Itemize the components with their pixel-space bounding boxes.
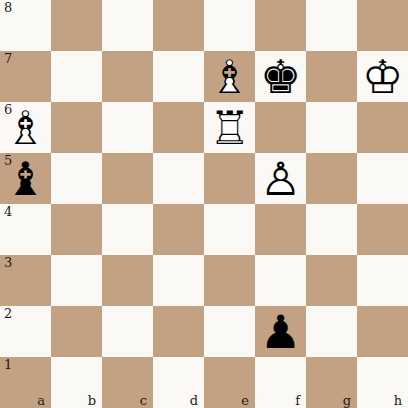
square-d2[interactable] xyxy=(153,306,204,357)
square-b1[interactable]: b xyxy=(51,357,102,408)
square-g4[interactable] xyxy=(306,204,357,255)
square-f1[interactable]: f xyxy=(255,357,306,408)
rank-label-2: 2 xyxy=(4,307,12,321)
square-f3[interactable] xyxy=(255,255,306,306)
white-bishop-piece[interactable]: ♝♗ xyxy=(204,51,255,102)
square-b5[interactable] xyxy=(51,153,102,204)
square-f2[interactable]: ♟ xyxy=(255,306,306,357)
square-e2[interactable] xyxy=(204,306,255,357)
square-c3[interactable] xyxy=(102,255,153,306)
black-bishop-piece[interactable]: ♝ xyxy=(0,153,51,204)
square-c8[interactable] xyxy=(102,0,153,51)
square-a6[interactable]: 6♝♗ xyxy=(0,102,51,153)
piece-outline-glyph: ♗ xyxy=(204,51,255,102)
square-d7[interactable] xyxy=(153,51,204,102)
file-label-d: d xyxy=(190,394,198,408)
piece-outline-glyph: ♗ xyxy=(0,102,51,153)
square-h1[interactable]: h xyxy=(357,357,408,408)
square-b7[interactable] xyxy=(51,51,102,102)
square-g6[interactable] xyxy=(306,102,357,153)
chess-board: 87♝♗♚♚♔6♝♗♜♖5♝♟♙432♟1abcdefgh xyxy=(0,0,408,408)
square-f5[interactable]: ♟♙ xyxy=(255,153,306,204)
square-g8[interactable] xyxy=(306,0,357,51)
square-g3[interactable] xyxy=(306,255,357,306)
square-a2[interactable]: 2 xyxy=(0,306,51,357)
square-c5[interactable] xyxy=(102,153,153,204)
square-c7[interactable] xyxy=(102,51,153,102)
square-g2[interactable] xyxy=(306,306,357,357)
piece-outline-glyph: ♖ xyxy=(204,102,255,153)
square-e4[interactable] xyxy=(204,204,255,255)
rank-label-4: 4 xyxy=(4,205,12,219)
square-h6[interactable] xyxy=(357,102,408,153)
piece-outline-glyph: ♙ xyxy=(255,153,306,204)
square-c2[interactable] xyxy=(102,306,153,357)
square-g7[interactable] xyxy=(306,51,357,102)
square-d3[interactable] xyxy=(153,255,204,306)
square-e6[interactable]: ♜♖ xyxy=(204,102,255,153)
square-f6[interactable] xyxy=(255,102,306,153)
square-e5[interactable] xyxy=(204,153,255,204)
square-b8[interactable] xyxy=(51,0,102,51)
piece-fill-glyph: ♟ xyxy=(255,306,306,357)
file-label-c: c xyxy=(140,394,147,408)
square-f7[interactable]: ♚ xyxy=(255,51,306,102)
square-h4[interactable] xyxy=(357,204,408,255)
square-f8[interactable] xyxy=(255,0,306,51)
rank-label-8: 8 xyxy=(4,1,12,15)
square-h3[interactable] xyxy=(357,255,408,306)
square-b6[interactable] xyxy=(51,102,102,153)
square-e3[interactable] xyxy=(204,255,255,306)
square-a1[interactable]: 1a xyxy=(0,357,51,408)
square-c1[interactable]: c xyxy=(102,357,153,408)
square-d4[interactable] xyxy=(153,204,204,255)
black-king-piece[interactable]: ♚ xyxy=(255,51,306,102)
square-h7[interactable]: ♚♔ xyxy=(357,51,408,102)
square-e7[interactable]: ♝♗ xyxy=(204,51,255,102)
square-a8[interactable]: 8 xyxy=(0,0,51,51)
file-label-f: f xyxy=(295,394,300,408)
square-a5[interactable]: 5♝ xyxy=(0,153,51,204)
square-a4[interactable]: 4 xyxy=(0,204,51,255)
file-label-h: h xyxy=(394,394,402,408)
square-e8[interactable] xyxy=(204,0,255,51)
rank-label-7: 7 xyxy=(4,52,12,66)
piece-fill-glyph: ♝ xyxy=(0,153,51,204)
file-label-a: a xyxy=(37,394,45,408)
square-c4[interactable] xyxy=(102,204,153,255)
square-h2[interactable] xyxy=(357,306,408,357)
square-b4[interactable] xyxy=(51,204,102,255)
square-c6[interactable] xyxy=(102,102,153,153)
square-h8[interactable] xyxy=(357,0,408,51)
square-g1[interactable]: g xyxy=(306,357,357,408)
square-f4[interactable] xyxy=(255,204,306,255)
square-b2[interactable] xyxy=(51,306,102,357)
white-rook-piece[interactable]: ♜♖ xyxy=(204,102,255,153)
black-pawn-piece[interactable]: ♟ xyxy=(255,306,306,357)
square-g5[interactable] xyxy=(306,153,357,204)
square-d8[interactable] xyxy=(153,0,204,51)
square-d5[interactable] xyxy=(153,153,204,204)
file-label-g: g xyxy=(343,394,351,408)
white-bishop-piece[interactable]: ♝♗ xyxy=(0,102,51,153)
rank-label-1: 1 xyxy=(4,358,12,372)
piece-fill-glyph: ♚ xyxy=(255,51,306,102)
file-label-e: e xyxy=(241,394,249,408)
square-e1[interactable]: e xyxy=(204,357,255,408)
square-b3[interactable] xyxy=(51,255,102,306)
square-h5[interactable] xyxy=(357,153,408,204)
file-label-b: b xyxy=(88,394,96,408)
square-a7[interactable]: 7 xyxy=(0,51,51,102)
white-pawn-piece[interactable]: ♟♙ xyxy=(255,153,306,204)
square-d1[interactable]: d xyxy=(153,357,204,408)
rank-label-3: 3 xyxy=(4,256,12,270)
white-king-piece[interactable]: ♚♔ xyxy=(357,51,408,102)
square-a3[interactable]: 3 xyxy=(0,255,51,306)
square-d6[interactable] xyxy=(153,102,204,153)
piece-outline-glyph: ♔ xyxy=(357,51,408,102)
